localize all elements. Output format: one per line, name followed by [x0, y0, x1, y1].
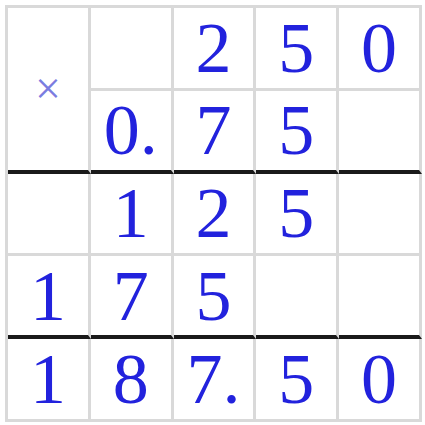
multiply-sign: × [8, 8, 91, 174]
cell-r3c4: 5 [256, 174, 339, 257]
cell-r3c3: 2 [174, 174, 257, 257]
cell-r5c5: 0 [339, 339, 422, 422]
cell-r1c2 [91, 8, 174, 91]
cell-r2c2: 0. [91, 91, 174, 174]
cell-r4c3: 5 [174, 256, 257, 339]
multiplication-grid: ×2500.75125175187.50 [5, 5, 422, 422]
cell-r2c3: 7 [174, 91, 257, 174]
cell-r3c5 [339, 174, 422, 257]
cell-r4c1: 1 [8, 256, 91, 339]
cell-r5c4: 5 [256, 339, 339, 422]
cell-r4c5 [339, 256, 422, 339]
cell-r5c2: 8 [91, 339, 174, 422]
cell-r5c1: 1 [8, 339, 91, 422]
cell-r3c1 [8, 174, 91, 257]
cell-r2c4: 5 [256, 91, 339, 174]
cell-r1c3: 2 [174, 8, 257, 91]
cell-r4c4 [256, 256, 339, 339]
cell-r1c4: 5 [256, 8, 339, 91]
multiplication-worksheet: ×2500.75125175187.50 [0, 0, 425, 425]
cell-r4c2: 7 [91, 256, 174, 339]
cell-r3c2: 1 [91, 174, 174, 257]
cell-r2c5 [339, 91, 422, 174]
cell-r1c5: 0 [339, 8, 422, 91]
cell-r5c3: 7. [174, 339, 257, 422]
